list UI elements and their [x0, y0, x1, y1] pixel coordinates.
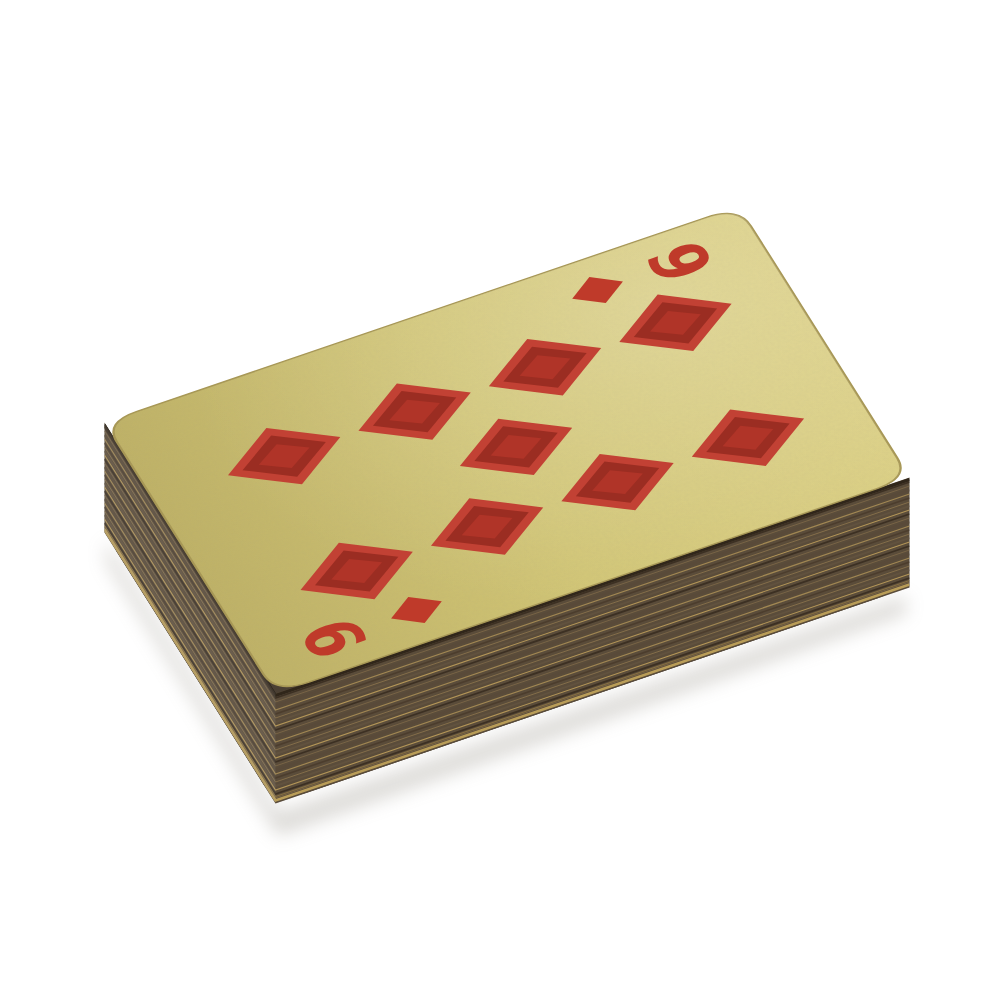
product-photo: 9 9 [0, 0, 1000, 1000]
card-deck-scene: 9 9 [0, 0, 1000, 1000]
